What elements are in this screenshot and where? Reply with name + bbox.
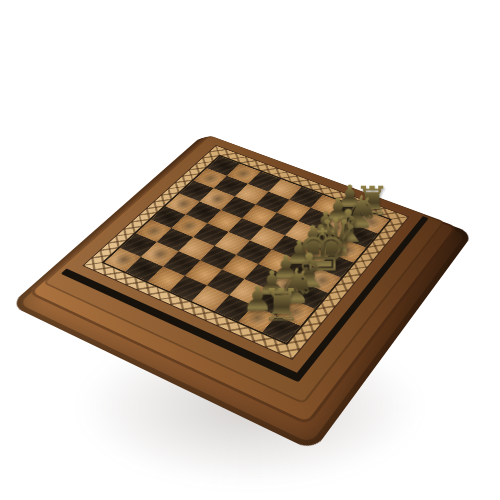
black-rook-icon: ♜ bbox=[261, 283, 301, 328]
scene: ♜♞♝♚♛♝♞♜♟♟♟♟♟♟♟♟♟♟♟♟♟♟♟♟♜♞♝♚♛♝♞♜ bbox=[0, 0, 500, 500]
square-h8: ♜ bbox=[262, 315, 301, 343]
white-pawn-icon: ♟ bbox=[129, 234, 158, 267]
chess-set-photo: ♜♞♝♚♛♝♞♜♟♟♟♟♟♟♟♟♟♟♟♟♟♟♟♟♜♞♝♚♛♝♞♜ bbox=[0, 0, 500, 500]
